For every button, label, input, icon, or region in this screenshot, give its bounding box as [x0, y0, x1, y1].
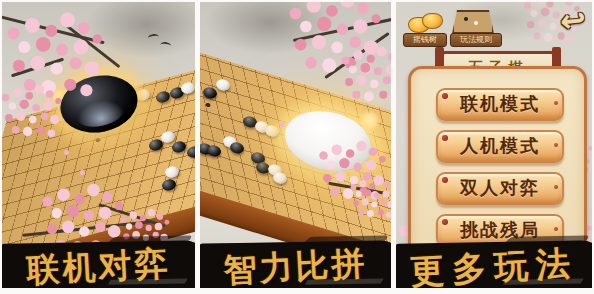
- black-stone: [206, 144, 222, 158]
- button-online-mode[interactable]: 联机模式: [436, 88, 564, 121]
- panel-main-menu: 摇钱树 玩法规则 ↩ 五子棋 联机模式 人机模式 双人对弈 挑战残局 更多玩法: [396, 2, 592, 288]
- money-tree-label: 摇钱树: [403, 33, 447, 47]
- money-tree-button[interactable]: 摇钱树: [406, 8, 450, 46]
- white-stone: [164, 165, 180, 179]
- cherry-blossoms: [121, 217, 126, 222]
- cherry-blossoms: [320, 152, 327, 159]
- caption-text: 更多玩法: [396, 237, 592, 288]
- black-dot: [464, 17, 468, 21]
- caption-banner: 智力比拼: [200, 240, 391, 288]
- black-stone: [229, 141, 245, 155]
- panel-brain-battle: 智力比拼: [200, 2, 391, 288]
- cherry-blossoms: [9, 29, 18, 38]
- board-star-point: [205, 102, 211, 107]
- cherry-blossoms: [43, 197, 51, 205]
- black-stone: [155, 90, 171, 104]
- rules-label: 玩法规则: [450, 33, 502, 47]
- petal: [80, 170, 85, 175]
- caption-text: 联机对弈: [2, 237, 195, 288]
- white-stone: [264, 124, 280, 138]
- cherry-blossoms: [291, 9, 300, 18]
- black-stone: [161, 178, 177, 192]
- cherry-blossoms: [351, 185, 356, 190]
- screenshot-triptych: 联机对弈 智力比拼: [0, 0, 594, 294]
- gold-ingot-icon: [422, 13, 443, 29]
- cherry-blossoms: [525, 3, 531, 9]
- black-stone: [202, 86, 218, 100]
- game-board-icon: [452, 10, 494, 34]
- petal: [280, 122, 285, 127]
- panel-online-play: 联机对弈: [2, 2, 195, 288]
- cherry-blossoms: [3, 95, 9, 101]
- black-stone: [171, 140, 187, 154]
- button-two-player[interactable]: 双人对弈: [436, 172, 564, 205]
- caption-banner: 联机对弈: [2, 240, 195, 288]
- button-vs-ai-mode[interactable]: 人机模式: [436, 130, 564, 163]
- back-button[interactable]: ↩: [558, 2, 588, 39]
- white-stone: [215, 78, 231, 92]
- cherry-blossoms: [342, 57, 348, 63]
- caption-text: 智力比拼: [200, 237, 391, 288]
- petal: [64, 150, 69, 155]
- rules-button[interactable]: 玩法规则: [452, 10, 508, 46]
- white-stone: [272, 171, 288, 185]
- board-star-point: [95, 137, 101, 142]
- black-stone: [186, 145, 195, 159]
- white-dot: [474, 21, 478, 25]
- caption-banner: 更多玩法: [396, 240, 592, 288]
